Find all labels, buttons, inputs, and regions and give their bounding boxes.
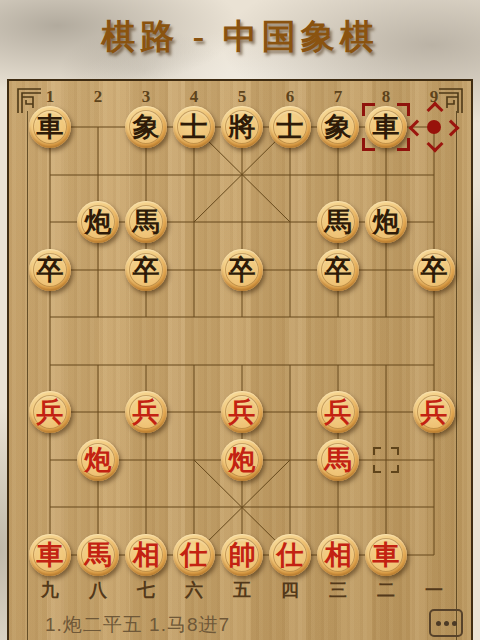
file-label-bottom-4: 六 bbox=[170, 578, 218, 602]
red-piece-車[interactable]: 車 bbox=[29, 534, 71, 576]
frame-inner-line-right bbox=[456, 111, 457, 640]
red-piece-帥[interactable]: 帥 bbox=[221, 534, 263, 576]
more-options-button[interactable] bbox=[429, 609, 463, 637]
move-list-line1: 1.炮二平五 1.马8进7 bbox=[45, 612, 230, 638]
piece-character: 帥 bbox=[229, 542, 256, 569]
piece-character: 炮 bbox=[373, 209, 400, 236]
red-piece-相[interactable]: 相 bbox=[317, 534, 359, 576]
piece-character: 兵 bbox=[37, 399, 64, 426]
piece-character: 馬 bbox=[325, 209, 352, 236]
piece-character: 車 bbox=[37, 542, 64, 569]
more-dot-icon bbox=[436, 621, 441, 626]
piece-character: 士 bbox=[181, 114, 208, 141]
piece-character: 相 bbox=[325, 542, 352, 569]
last-move-destination-marker bbox=[362, 103, 410, 151]
piece-character: 車 bbox=[373, 542, 400, 569]
file-label-top-2: 2 bbox=[74, 87, 122, 107]
black-piece-馬[interactable]: 馬 bbox=[317, 201, 359, 243]
piece-character: 卒 bbox=[229, 257, 256, 284]
piece-character: 車 bbox=[37, 114, 64, 141]
file-label-top-7: 7 bbox=[314, 87, 362, 107]
file-label-top-6: 6 bbox=[266, 87, 314, 107]
origin-arrow-right-icon bbox=[443, 120, 460, 137]
origin-arrow-up-icon bbox=[427, 102, 444, 119]
file-label-bottom-9: 一 bbox=[410, 578, 458, 602]
black-piece-卒[interactable]: 卒 bbox=[221, 249, 263, 291]
red-piece-兵[interactable]: 兵 bbox=[221, 391, 263, 433]
black-piece-將[interactable]: 將 bbox=[221, 106, 263, 148]
red-piece-車[interactable]: 車 bbox=[365, 534, 407, 576]
piece-character: 炮 bbox=[85, 209, 112, 236]
piece-character: 卒 bbox=[421, 257, 448, 284]
black-piece-卒[interactable]: 卒 bbox=[413, 249, 455, 291]
file-label-bottom-7: 三 bbox=[314, 578, 362, 602]
red-piece-兵[interactable]: 兵 bbox=[29, 391, 71, 433]
piece-character: 象 bbox=[133, 114, 160, 141]
black-piece-車[interactable]: 車 bbox=[29, 106, 71, 148]
more-dot-icon bbox=[444, 621, 449, 626]
file-label-bottom-8: 二 bbox=[362, 578, 410, 602]
piece-character: 馬 bbox=[325, 447, 352, 474]
piece-character: 仕 bbox=[277, 542, 304, 569]
piece-character: 象 bbox=[325, 114, 352, 141]
frame-inner-line-left bbox=[27, 111, 28, 640]
piece-character: 卒 bbox=[133, 257, 160, 284]
piece-character: 兵 bbox=[325, 399, 352, 426]
red-piece-炮[interactable]: 炮 bbox=[221, 439, 263, 481]
piece-character: 炮 bbox=[85, 447, 112, 474]
origin-arrow-down-icon bbox=[427, 136, 444, 153]
piece-character: 炮 bbox=[229, 447, 256, 474]
red-piece-相[interactable]: 相 bbox=[125, 534, 167, 576]
file-label-top-5: 5 bbox=[218, 87, 266, 107]
red-piece-馬[interactable]: 馬 bbox=[77, 534, 119, 576]
piece-character: 兵 bbox=[421, 399, 448, 426]
file-label-bottom-1: 九 bbox=[26, 578, 74, 602]
black-piece-馬[interactable]: 馬 bbox=[125, 201, 167, 243]
red-piece-兵[interactable]: 兵 bbox=[125, 391, 167, 433]
more-dot-icon bbox=[452, 621, 457, 626]
app-title: 棋路 - 中国象棋 bbox=[0, 14, 480, 60]
piece-character: 馬 bbox=[85, 542, 112, 569]
black-piece-象[interactable]: 象 bbox=[125, 106, 167, 148]
black-piece-卒[interactable]: 卒 bbox=[29, 249, 71, 291]
piece-character: 兵 bbox=[133, 399, 160, 426]
piece-character: 卒 bbox=[325, 257, 352, 284]
piece-character: 將 bbox=[229, 114, 256, 141]
file-label-bottom-6: 四 bbox=[266, 578, 314, 602]
black-piece-象[interactable]: 象 bbox=[317, 106, 359, 148]
piece-character: 相 bbox=[133, 542, 160, 569]
piece-character: 兵 bbox=[229, 399, 256, 426]
black-piece-士[interactable]: 士 bbox=[173, 106, 215, 148]
red-piece-兵[interactable]: 兵 bbox=[413, 391, 455, 433]
piece-character: 仕 bbox=[181, 542, 208, 569]
origin-arrow-left-icon bbox=[409, 120, 426, 137]
file-label-bottom-5: 五 bbox=[218, 578, 266, 602]
xiangqi-board[interactable]: 123456789九八七六五四三二一 車象士將士象車炮馬馬炮卒卒卒卒卒兵兵兵兵兵… bbox=[7, 79, 473, 640]
cannon-point-mark bbox=[373, 447, 399, 473]
red-piece-馬[interactable]: 馬 bbox=[317, 439, 359, 481]
file-label-top-4: 4 bbox=[170, 87, 218, 107]
file-label-bottom-3: 七 bbox=[122, 578, 170, 602]
piece-character: 卒 bbox=[37, 257, 64, 284]
black-piece-士[interactable]: 士 bbox=[269, 106, 311, 148]
piece-character: 馬 bbox=[133, 209, 160, 236]
red-piece-仕[interactable]: 仕 bbox=[173, 534, 215, 576]
red-piece-仕[interactable]: 仕 bbox=[269, 534, 311, 576]
file-label-bottom-2: 八 bbox=[74, 578, 122, 602]
black-piece-卒[interactable]: 卒 bbox=[125, 249, 167, 291]
file-label-top-1: 1 bbox=[26, 87, 74, 107]
piece-character: 士 bbox=[277, 114, 304, 141]
last-move-origin-marker bbox=[410, 103, 458, 151]
black-piece-炮[interactable]: 炮 bbox=[365, 201, 407, 243]
black-piece-炮[interactable]: 炮 bbox=[77, 201, 119, 243]
red-piece-兵[interactable]: 兵 bbox=[317, 391, 359, 433]
red-piece-炮[interactable]: 炮 bbox=[77, 439, 119, 481]
file-label-top-3: 3 bbox=[122, 87, 170, 107]
black-piece-卒[interactable]: 卒 bbox=[317, 249, 359, 291]
